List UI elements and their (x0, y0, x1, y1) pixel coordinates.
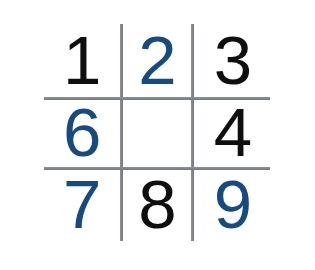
cell-r1c2[interactable]: 2 (119, 24, 194, 96)
digit: 4 (214, 98, 251, 167)
cell-r2c3[interactable]: 4 (195, 96, 270, 168)
sudoku-board: 1 2 3 6 4 7 8 9 (0, 0, 315, 270)
digit: 7 (63, 170, 100, 239)
digit: 2 (138, 26, 175, 95)
cell-r2c2-empty[interactable] (119, 96, 194, 168)
digit: 6 (63, 98, 100, 167)
cell-r2c1[interactable]: 6 (44, 96, 119, 168)
cell-r3c3[interactable]: 9 (195, 168, 270, 240)
digit: 3 (214, 26, 251, 95)
cell-r1c3[interactable]: 3 (195, 24, 270, 96)
digit: 8 (138, 170, 175, 239)
cell-r3c1[interactable]: 7 (44, 168, 119, 240)
cell-r1c1[interactable]: 1 (44, 24, 119, 96)
cell-grid: 1 2 3 6 4 7 8 9 (44, 24, 270, 240)
cell-r3c2[interactable]: 8 (119, 168, 194, 240)
digit: 1 (63, 26, 100, 95)
digit: 9 (214, 170, 251, 239)
